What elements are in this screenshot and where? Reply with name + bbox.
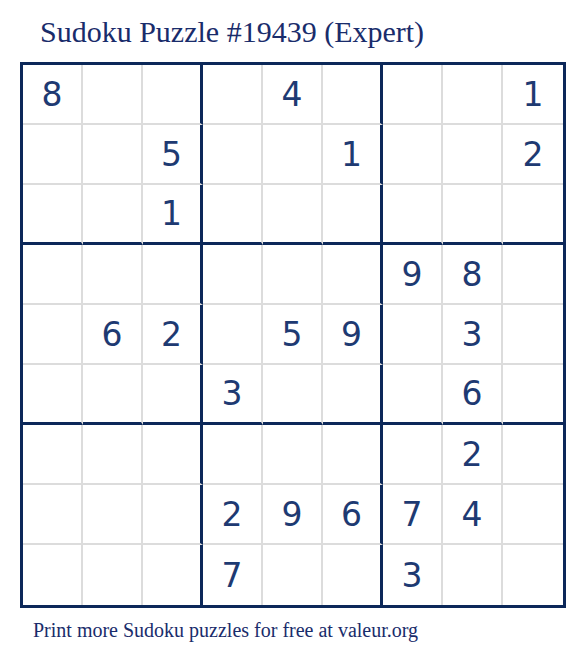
given-cell-r8c8[interactable]: 4	[443, 485, 503, 545]
cell-r6c1[interactable]	[23, 365, 83, 425]
cell-r4c1[interactable]	[23, 245, 83, 305]
cell-r1c3[interactable]	[143, 65, 203, 125]
given-cell-r9c4[interactable]: 7	[203, 545, 263, 605]
given-cell-r1c9[interactable]: 1	[503, 65, 563, 125]
cell-r6c6[interactable]	[323, 365, 383, 425]
given-cell-r2c3[interactable]: 5	[143, 125, 203, 185]
cell-r5c4[interactable]	[203, 305, 263, 365]
cell-r7c4[interactable]	[203, 425, 263, 485]
cell-r6c7[interactable]	[383, 365, 443, 425]
cell-r4c3[interactable]	[143, 245, 203, 305]
cell-r9c3[interactable]	[143, 545, 203, 605]
cell-r5c9[interactable]	[503, 305, 563, 365]
cell-r9c1[interactable]	[23, 545, 83, 605]
cell-r4c4[interactable]	[203, 245, 263, 305]
cell-r4c6[interactable]	[323, 245, 383, 305]
cell-r2c2[interactable]	[83, 125, 143, 185]
cell-r1c4[interactable]	[203, 65, 263, 125]
cell-r3c1[interactable]	[23, 185, 83, 245]
given-cell-r5c6[interactable]: 9	[323, 305, 383, 365]
page-title: Sudoku Puzzle #19439 (Expert)	[40, 15, 580, 48]
cell-r4c9[interactable]	[503, 245, 563, 305]
given-cell-r4c7[interactable]: 9	[383, 245, 443, 305]
given-cell-r8c5[interactable]: 9	[263, 485, 323, 545]
given-cell-r5c3[interactable]: 2	[143, 305, 203, 365]
cell-r1c7[interactable]	[383, 65, 443, 125]
cell-r7c6[interactable]	[323, 425, 383, 485]
cell-r2c8[interactable]	[443, 125, 503, 185]
cell-r9c2[interactable]	[83, 545, 143, 605]
footer-text: Print more Sudoku puzzles for free at va…	[33, 619, 580, 642]
cell-r3c7[interactable]	[383, 185, 443, 245]
given-cell-r8c4[interactable]: 2	[203, 485, 263, 545]
given-cell-r1c5[interactable]: 4	[263, 65, 323, 125]
cell-r9c5[interactable]	[263, 545, 323, 605]
given-cell-r6c8[interactable]: 6	[443, 365, 503, 425]
cell-r8c3[interactable]	[143, 485, 203, 545]
given-cell-r5c2[interactable]: 6	[83, 305, 143, 365]
cell-r7c5[interactable]	[263, 425, 323, 485]
cell-r6c9[interactable]	[503, 365, 563, 425]
cell-r3c6[interactable]	[323, 185, 383, 245]
given-cell-r5c5[interactable]: 5	[263, 305, 323, 365]
cell-r7c9[interactable]	[503, 425, 563, 485]
given-cell-r2c6[interactable]: 1	[323, 125, 383, 185]
cell-r6c3[interactable]	[143, 365, 203, 425]
given-cell-r7c8[interactable]: 2	[443, 425, 503, 485]
cell-r1c6[interactable]	[323, 65, 383, 125]
cell-r9c9[interactable]	[503, 545, 563, 605]
given-cell-r8c6[interactable]: 6	[323, 485, 383, 545]
cell-r1c8[interactable]	[443, 65, 503, 125]
given-cell-r8c7[interactable]: 7	[383, 485, 443, 545]
cell-r8c9[interactable]	[503, 485, 563, 545]
given-cell-r9c7[interactable]: 3	[383, 545, 443, 605]
cell-r2c7[interactable]	[383, 125, 443, 185]
cell-r5c7[interactable]	[383, 305, 443, 365]
cell-r4c5[interactable]	[263, 245, 323, 305]
cell-r6c5[interactable]	[263, 365, 323, 425]
cell-r7c3[interactable]	[143, 425, 203, 485]
cell-r9c6[interactable]	[323, 545, 383, 605]
cell-r9c8[interactable]	[443, 545, 503, 605]
cell-r7c2[interactable]	[83, 425, 143, 485]
cell-r3c4[interactable]	[203, 185, 263, 245]
given-cell-r6c4[interactable]: 3	[203, 365, 263, 425]
given-cell-r4c8[interactable]: 8	[443, 245, 503, 305]
cell-r8c1[interactable]	[23, 485, 83, 545]
cell-r5c1[interactable]	[23, 305, 83, 365]
cell-r3c8[interactable]	[443, 185, 503, 245]
cell-r7c1[interactable]	[23, 425, 83, 485]
cell-r3c9[interactable]	[503, 185, 563, 245]
cell-r2c1[interactable]	[23, 125, 83, 185]
cell-r3c5[interactable]	[263, 185, 323, 245]
given-cell-r2c9[interactable]: 2	[503, 125, 563, 185]
given-cell-r5c8[interactable]: 3	[443, 305, 503, 365]
cell-r2c5[interactable]	[263, 125, 323, 185]
given-cell-r1c1[interactable]: 8	[23, 65, 83, 125]
sudoku-board: 841512198625933622967473	[20, 62, 566, 608]
cell-r3c2[interactable]	[83, 185, 143, 245]
cell-r2c4[interactable]	[203, 125, 263, 185]
cell-r4c2[interactable]	[83, 245, 143, 305]
cell-r1c2[interactable]	[83, 65, 143, 125]
given-cell-r3c3[interactable]: 1	[143, 185, 203, 245]
cell-r8c2[interactable]	[83, 485, 143, 545]
cell-r7c7[interactable]	[383, 425, 443, 485]
cell-r6c2[interactable]	[83, 365, 143, 425]
